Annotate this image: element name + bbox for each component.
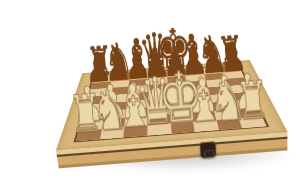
metal-clasp[interactable]	[200, 141, 216, 158]
folding-box: ♜♞♝♛♚♝♞♜♟♟♟♟♟♟♟♟♟♟♟♟♟♟♟♟♜♞♝♛♚♝♞♜	[56, 60, 288, 150]
chess-box: ♜♞♝♛♚♝♞♜♟♟♟♟♟♟♟♟♟♟♟♟♟♟♟♟♜♞♝♛♚♝♞♜	[0, 0, 300, 194]
chess-board: ♜♞♝♛♚♝♞♜♟♟♟♟♟♟♟♟♟♟♟♟♟♟♟♟♜♞♝♛♚♝♞♜	[73, 65, 269, 143]
square-h1[interactable]: ♜	[239, 117, 266, 129]
photo-background: ♜♞♝♛♚♝♞♜♟♟♟♟♟♟♟♟♟♟♟♟♟♟♟♟♜♞♝♛♚♝♞♜	[0, 0, 300, 194]
board-scene: ♜♞♝♛♚♝♞♜♟♟♟♟♟♟♟♟♟♟♟♟♟♟♟♟♜♞♝♛♚♝♞♜	[64, 0, 274, 194]
white-rook[interactable]: ♜	[233, 73, 270, 127]
